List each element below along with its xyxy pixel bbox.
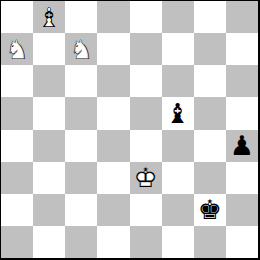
square-g2[interactable]: ♚ <box>194 194 226 226</box>
square-h6[interactable] <box>226 65 258 97</box>
square-a8[interactable] <box>1 1 33 33</box>
square-e4[interactable] <box>130 130 162 162</box>
square-f6[interactable] <box>162 65 194 97</box>
square-a2[interactable] <box>1 194 33 226</box>
square-d6[interactable] <box>97 65 129 97</box>
square-c7[interactable]: ♞♘ <box>65 33 97 65</box>
square-d5[interactable] <box>97 97 129 129</box>
square-g5[interactable] <box>194 97 226 129</box>
square-g4[interactable] <box>194 130 226 162</box>
square-g3[interactable] <box>194 162 226 194</box>
square-c4[interactable] <box>65 130 97 162</box>
square-c1[interactable] <box>65 226 97 258</box>
white-bishop[interactable]: ♝♗ <box>33 1 65 33</box>
black-pawn-icon: ♟ <box>226 130 258 162</box>
square-b8[interactable]: ♝♗ <box>33 1 65 33</box>
square-h2[interactable] <box>226 194 258 226</box>
square-c2[interactable] <box>65 194 97 226</box>
square-f8[interactable] <box>162 1 194 33</box>
black-bishop[interactable]: ♝ <box>162 97 194 129</box>
black-king-icon: ♚ <box>194 194 226 226</box>
square-f5[interactable]: ♝ <box>162 97 194 129</box>
white-knight[interactable]: ♞♘ <box>1 33 33 65</box>
square-d4[interactable] <box>97 130 129 162</box>
square-g7[interactable] <box>194 33 226 65</box>
square-a6[interactable] <box>1 65 33 97</box>
square-d1[interactable] <box>97 226 129 258</box>
square-d8[interactable] <box>97 1 129 33</box>
square-g8[interactable] <box>194 1 226 33</box>
square-b1[interactable] <box>33 226 65 258</box>
square-e3[interactable]: ♚♔ <box>130 162 162 194</box>
square-c5[interactable] <box>65 97 97 129</box>
square-b4[interactable] <box>33 130 65 162</box>
square-f3[interactable] <box>162 162 194 194</box>
black-bishop-icon: ♝ <box>162 97 194 129</box>
white-bishop-icon: ♗ <box>33 1 65 33</box>
white-knight[interactable]: ♞♘ <box>65 33 97 65</box>
square-b6[interactable] <box>33 65 65 97</box>
square-g1[interactable] <box>194 226 226 258</box>
square-d2[interactable] <box>97 194 129 226</box>
square-e5[interactable] <box>130 97 162 129</box>
black-king[interactable]: ♚ <box>194 194 226 226</box>
square-a3[interactable] <box>1 162 33 194</box>
white-knight-icon: ♘ <box>65 33 97 65</box>
white-king-icon: ♔ <box>130 162 162 194</box>
square-h1[interactable] <box>226 226 258 258</box>
square-h7[interactable] <box>226 33 258 65</box>
square-b3[interactable] <box>33 162 65 194</box>
square-h3[interactable] <box>226 162 258 194</box>
black-pawn[interactable]: ♟ <box>226 130 258 162</box>
square-f4[interactable] <box>162 130 194 162</box>
white-king[interactable]: ♚♔ <box>130 162 162 194</box>
square-d7[interactable] <box>97 33 129 65</box>
square-e2[interactable] <box>130 194 162 226</box>
square-d3[interactable] <box>97 162 129 194</box>
square-e6[interactable] <box>130 65 162 97</box>
square-h8[interactable] <box>226 1 258 33</box>
square-c3[interactable] <box>65 162 97 194</box>
square-c6[interactable] <box>65 65 97 97</box>
square-a4[interactable] <box>1 130 33 162</box>
square-b7[interactable] <box>33 33 65 65</box>
square-f2[interactable] <box>162 194 194 226</box>
square-h4[interactable]: ♟ <box>226 130 258 162</box>
square-e8[interactable] <box>130 1 162 33</box>
square-e1[interactable] <box>130 226 162 258</box>
square-a1[interactable] <box>1 226 33 258</box>
square-c8[interactable] <box>65 1 97 33</box>
square-g6[interactable] <box>194 65 226 97</box>
square-f7[interactable] <box>162 33 194 65</box>
square-f1[interactable] <box>162 226 194 258</box>
chess-board: ♝♗♞♘♞♘♝♟♚♔♚ <box>0 0 260 260</box>
white-knight-icon: ♘ <box>1 33 33 65</box>
square-b2[interactable] <box>33 194 65 226</box>
square-a7[interactable]: ♞♘ <box>1 33 33 65</box>
square-h5[interactable] <box>226 97 258 129</box>
square-b5[interactable] <box>33 97 65 129</box>
square-a5[interactable] <box>1 97 33 129</box>
square-e7[interactable] <box>130 33 162 65</box>
